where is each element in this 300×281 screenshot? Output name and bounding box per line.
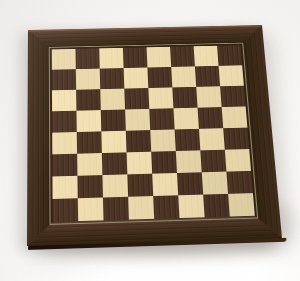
chessboard	[27, 25, 282, 246]
square-b7[interactable]	[76, 69, 100, 90]
square-e7[interactable]	[147, 67, 172, 88]
square-a4[interactable]	[52, 132, 77, 154]
square-c1[interactable]	[103, 197, 129, 221]
square-g8[interactable]	[194, 46, 219, 67]
square-e2[interactable]	[152, 173, 178, 196]
square-f1[interactable]	[178, 195, 204, 218]
square-a2[interactable]	[52, 176, 77, 199]
square-d6[interactable]	[124, 88, 149, 109]
square-g7[interactable]	[195, 66, 220, 87]
square-g5[interactable]	[198, 107, 224, 129]
square-d5[interactable]	[125, 109, 150, 131]
square-c8[interactable]	[99, 48, 123, 69]
square-h1[interactable]	[228, 193, 255, 216]
square-c2[interactable]	[102, 174, 128, 197]
product-photo-background	[0, 0, 300, 281]
square-h8[interactable]	[217, 45, 242, 66]
square-d3[interactable]	[127, 152, 153, 175]
square-g6[interactable]	[196, 86, 221, 107]
square-b5[interactable]	[76, 110, 101, 132]
square-b1[interactable]	[78, 198, 104, 222]
square-f7[interactable]	[171, 66, 196, 87]
square-b2[interactable]	[77, 175, 103, 198]
square-d1[interactable]	[128, 196, 154, 220]
square-h6[interactable]	[220, 86, 246, 107]
square-b4[interactable]	[77, 131, 102, 153]
square-a3[interactable]	[52, 154, 77, 177]
square-f3[interactable]	[176, 150, 202, 173]
square-g4[interactable]	[199, 128, 225, 150]
square-c4[interactable]	[101, 131, 126, 153]
square-h5[interactable]	[222, 106, 248, 128]
square-d7[interactable]	[124, 67, 149, 88]
square-a8[interactable]	[52, 49, 76, 70]
square-f6[interactable]	[172, 87, 197, 108]
square-h3[interactable]	[225, 149, 251, 172]
square-f8[interactable]	[170, 46, 195, 67]
square-d4[interactable]	[126, 130, 151, 152]
square-a7[interactable]	[52, 69, 76, 90]
square-h2[interactable]	[226, 171, 253, 194]
square-c3[interactable]	[102, 152, 127, 175]
square-b8[interactable]	[76, 48, 100, 69]
square-a5[interactable]	[52, 111, 77, 133]
square-a6[interactable]	[52, 90, 76, 112]
square-h7[interactable]	[219, 65, 244, 86]
square-b6[interactable]	[76, 89, 101, 111]
square-e4[interactable]	[150, 129, 176, 151]
square-e5[interactable]	[149, 108, 174, 130]
square-g1[interactable]	[203, 194, 230, 217]
square-d8[interactable]	[123, 47, 148, 68]
square-e3[interactable]	[151, 151, 177, 174]
square-f5[interactable]	[173, 108, 198, 130]
square-f4[interactable]	[175, 129, 201, 151]
square-a1[interactable]	[53, 198, 79, 222]
square-c6[interactable]	[100, 89, 125, 111]
square-b3[interactable]	[77, 153, 102, 176]
square-e6[interactable]	[148, 87, 173, 108]
square-f2[interactable]	[177, 172, 203, 195]
board-grid	[52, 45, 255, 222]
square-g3[interactable]	[200, 150, 226, 173]
board-inlay-border	[49, 43, 258, 225]
square-g2[interactable]	[202, 172, 228, 195]
square-c7[interactable]	[100, 68, 125, 89]
square-e1[interactable]	[153, 195, 179, 218]
square-e8[interactable]	[147, 47, 172, 68]
square-c5[interactable]	[101, 109, 126, 131]
square-d2[interactable]	[127, 174, 153, 197]
square-h4[interactable]	[223, 128, 249, 150]
